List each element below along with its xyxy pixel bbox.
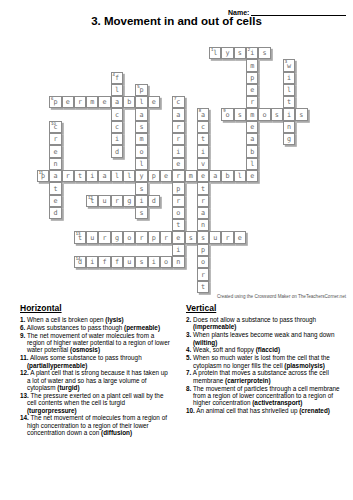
- grid-cell: u: [86, 231, 98, 243]
- cell-letter: s: [139, 210, 143, 217]
- cell-letter: l: [213, 50, 217, 57]
- grid-cell: e: [197, 170, 209, 182]
- grid-cell: g: [123, 195, 135, 207]
- grid-cell: s: [234, 108, 246, 120]
- cell-letter: o: [201, 259, 205, 266]
- clue-item: 8. The movement of particles through a c…: [186, 385, 346, 407]
- grid-cell: p: [246, 72, 258, 84]
- grid-cell: r: [246, 96, 258, 108]
- cell-letter: f: [103, 259, 107, 266]
- grid-cell: i: [283, 72, 295, 84]
- cell-letter: r: [78, 99, 82, 106]
- grid-cell: r: [74, 96, 86, 108]
- grid-cell: s: [185, 231, 197, 243]
- clue-number: 2: [248, 48, 250, 52]
- cell-letter: n: [201, 222, 205, 229]
- grid-cell: c: [197, 121, 209, 133]
- cell-letter: o: [262, 112, 266, 119]
- clue-number: 9: [223, 109, 225, 113]
- cell-letter: c: [201, 124, 205, 131]
- cell-letter: e: [250, 173, 254, 180]
- grid-cell: i: [86, 256, 98, 268]
- cell-letter: t: [53, 186, 57, 193]
- grid-cell: e: [234, 231, 246, 243]
- clue-number: 3: [285, 60, 287, 64]
- cell-letter: i: [250, 50, 254, 57]
- cell-letter: g: [127, 198, 131, 205]
- clue-number: 10: [51, 122, 56, 126]
- clue-item: 1. When a cell is broken open (lysis): [20, 316, 172, 323]
- grid-cell: 6p: [49, 96, 61, 108]
- cell-letter: i: [152, 259, 156, 266]
- cell-letter: w: [287, 63, 291, 70]
- cell-letter: g: [287, 136, 291, 143]
- cell-letter: s: [275, 112, 279, 119]
- worksheet-page: Name: 3. Movement in and out of cells 1l…: [0, 0, 353, 500]
- cell-letter: s: [299, 112, 303, 119]
- cell-letter: d: [115, 149, 119, 156]
- cell-letter: b: [250, 149, 254, 156]
- grid-cell: e: [49, 145, 61, 157]
- grid-cell: l: [135, 96, 147, 108]
- cell-letter: a: [176, 112, 180, 119]
- cell-letter: c: [115, 112, 119, 119]
- vertical-clue-list: 2. Does not allow a substance to pass th…: [186, 316, 346, 414]
- cell-letter: f: [115, 75, 119, 82]
- cell-letter: o: [226, 112, 230, 119]
- grid-cell: s: [135, 182, 147, 194]
- horizontal-header: Horizontal: [20, 303, 172, 313]
- clue-item: 4. Weak, soft and floppy (flaccid): [186, 346, 346, 353]
- cell-letter: r: [176, 136, 180, 143]
- cell-letter: r: [103, 235, 107, 242]
- grid-cell: 11p: [37, 170, 49, 182]
- grid-cell: a: [197, 207, 209, 219]
- cell-letter: r: [115, 198, 119, 205]
- vertical-clues: Vertical 2. Does not allow a substance t…: [186, 303, 346, 437]
- cell-letter: n: [53, 161, 57, 168]
- grid-cell: 10c: [49, 121, 61, 133]
- grid-cell: r: [172, 170, 184, 182]
- grid-cell: r: [135, 231, 147, 243]
- cell-letter: c: [176, 99, 180, 106]
- cell-letter: e: [176, 235, 180, 242]
- grid-cell: t: [197, 133, 209, 145]
- cell-letter: i: [201, 149, 205, 156]
- clue-item: 6. Allows substances to pass though (per…: [20, 324, 172, 331]
- grid-cell: l: [111, 84, 123, 96]
- cell-letter: b: [127, 99, 131, 106]
- cell-letter: y: [139, 173, 143, 180]
- clues-section: Horizontal 1. When a cell is broken open…: [20, 303, 346, 437]
- grid-cell: 4f: [111, 72, 123, 84]
- cell-letter: a: [115, 99, 119, 106]
- grid-cell: a: [49, 170, 61, 182]
- cell-letter: l: [238, 173, 242, 180]
- grid-cell: s: [135, 121, 147, 133]
- grid-cell: p: [197, 244, 209, 256]
- cell-letter: p: [250, 75, 254, 82]
- cell-letter: r: [164, 235, 168, 242]
- grid-cell: e: [246, 121, 258, 133]
- grid-cell: r: [221, 231, 233, 243]
- cell-letter: l: [115, 87, 119, 94]
- grid-cell: d: [49, 207, 61, 219]
- grid-cell: r: [197, 268, 209, 280]
- horizontal-clues: Horizontal 1. When a cell is broken open…: [20, 303, 172, 437]
- grid-cell: s: [258, 47, 270, 59]
- clue-number: 6: [51, 97, 53, 101]
- cell-letter: a: [213, 173, 217, 180]
- grid-cell: n: [49, 158, 61, 170]
- grid-cell: t: [74, 170, 86, 182]
- cell-letter: m: [250, 63, 254, 70]
- cell-letter: e: [238, 235, 242, 242]
- grid-cell: e: [172, 158, 184, 170]
- grid-cell: o: [123, 231, 135, 243]
- cell-letter: e: [201, 173, 205, 180]
- cell-letter: r: [176, 124, 180, 131]
- clue-item: 10. An animal cell that has shrivelled u…: [186, 407, 346, 414]
- cell-letter: m: [139, 136, 143, 143]
- grid-cell: c: [111, 108, 123, 120]
- grid-cell: u: [123, 256, 135, 268]
- cell-letter: a: [201, 112, 205, 119]
- cell-letter: t: [201, 284, 205, 291]
- cell-letter: t: [201, 186, 205, 193]
- cell-letter: n: [287, 124, 291, 131]
- grid-cell: y: [221, 47, 233, 59]
- grid-cell: s: [135, 207, 147, 219]
- cell-letter: m: [189, 173, 193, 180]
- cell-letter: o: [127, 235, 131, 242]
- grid-cell: r: [172, 121, 184, 133]
- grid-cell: b: [246, 145, 258, 157]
- cell-letter: r: [226, 235, 230, 242]
- grid-cell: p: [148, 170, 160, 182]
- grid-cell: m: [86, 96, 98, 108]
- grid-cell: a: [98, 170, 110, 182]
- cell-letter: s: [238, 112, 242, 119]
- grid-cell: r: [160, 231, 172, 243]
- grid-cell: o: [258, 108, 270, 120]
- grid-cell: o: [135, 145, 147, 157]
- grid-cell: t: [197, 281, 209, 293]
- page-title: 3. Movement in and out of cells: [0, 15, 353, 27]
- grid-cell: u: [98, 195, 110, 207]
- clue-number: 14: [76, 257, 81, 261]
- grid-cell: v: [197, 158, 209, 170]
- cell-letter: p: [152, 173, 156, 180]
- grid-cell: p: [172, 182, 184, 194]
- cell-letter: u: [127, 259, 131, 266]
- grid-cell: f: [111, 256, 123, 268]
- grid-cell: a: [135, 108, 147, 120]
- cell-letter: o: [176, 210, 180, 217]
- cell-letter: e: [164, 173, 168, 180]
- cell-letter: d: [152, 198, 156, 205]
- clue-item: 12. A plant cell that is strong because …: [20, 369, 172, 391]
- grid-cell: r: [172, 195, 184, 207]
- grid-cell: e: [246, 84, 258, 96]
- cell-letter: c: [115, 124, 119, 131]
- grid-cell: s: [271, 108, 283, 120]
- grid-cell: m: [246, 108, 258, 120]
- grid-cell: 12t: [86, 195, 98, 207]
- grid-cell: i: [172, 244, 184, 256]
- cell-letter: s: [139, 259, 143, 266]
- grid-cell: e: [49, 195, 61, 207]
- cell-letter: p: [139, 87, 143, 94]
- clue-number: 11: [39, 171, 43, 175]
- cell-letter: e: [53, 198, 57, 205]
- clue-item: 9. The net movement of water molecules f…: [20, 332, 172, 354]
- cell-letter: i: [90, 259, 94, 266]
- grid-cell: a: [246, 133, 258, 145]
- clue-number: 8: [199, 109, 201, 113]
- grid-cell: 1l: [209, 47, 221, 59]
- cell-letter: a: [53, 173, 57, 180]
- grid-cell: 9o: [221, 108, 233, 120]
- grid-cell: 3w: [283, 59, 295, 71]
- grid-cell: r: [49, 133, 61, 145]
- grid-cell: i: [111, 133, 123, 145]
- cell-letter: r: [201, 272, 205, 279]
- cell-letter: r: [176, 198, 180, 205]
- grid-cell: l: [234, 170, 246, 182]
- cell-letter: l: [250, 161, 254, 168]
- cell-letter: l: [287, 87, 291, 94]
- cell-letter: i: [139, 198, 143, 205]
- grid-cell: r: [197, 195, 209, 207]
- grid-cell: r: [172, 133, 184, 145]
- grid-cell: i: [197, 145, 209, 157]
- cell-letter: r: [53, 136, 57, 143]
- cell-letter: e: [66, 99, 70, 106]
- crossword-grid: 1lys2ism3w4fpil5pel6permeable7crtcaa8a9o…: [37, 47, 308, 293]
- cell-letter: r: [176, 173, 180, 180]
- grid-cell: y: [135, 170, 147, 182]
- cell-letter: e: [53, 149, 57, 156]
- grid-cell: a: [111, 96, 123, 108]
- grid-cell: a: [209, 170, 221, 182]
- cell-letter: e: [176, 161, 180, 168]
- cell-letter: s: [139, 124, 143, 131]
- grid-cell: b: [221, 170, 233, 182]
- grid-cell: e: [98, 96, 110, 108]
- cell-letter: n: [176, 259, 180, 266]
- grid-cell: t: [283, 96, 295, 108]
- grid-cell: i: [135, 195, 147, 207]
- cell-letter: a: [250, 136, 254, 143]
- grid-cell: s: [135, 256, 147, 268]
- cell-letter: i: [90, 173, 94, 180]
- cell-letter: u: [103, 198, 107, 205]
- cell-letter: l: [139, 161, 143, 168]
- cell-letter: y: [226, 50, 230, 57]
- grid-cell: 13t: [74, 231, 86, 243]
- cell-letter: p: [176, 186, 180, 193]
- grid-cell: s: [197, 231, 209, 243]
- cell-letter: v: [201, 161, 205, 168]
- grid-cell: l: [246, 158, 258, 170]
- attribution-text: Created using the Crossword Maker on The…: [217, 294, 346, 299]
- cell-letter: r: [139, 235, 143, 242]
- cell-letter: m: [90, 99, 94, 106]
- cell-letter: i: [287, 75, 291, 82]
- horizontal-clue-list: 1. When a cell is broken open (lysis)6. …: [20, 316, 172, 437]
- cell-letter: o: [139, 149, 143, 156]
- cell-letter: r: [201, 198, 205, 205]
- grid-cell: t: [197, 182, 209, 194]
- cell-letter: s: [189, 235, 193, 242]
- cell-letter: l: [115, 173, 119, 180]
- clue-number: 4: [113, 73, 115, 77]
- grid-cell: e: [148, 96, 160, 108]
- grid-cell: l: [135, 158, 147, 170]
- grid-cell: o: [160, 256, 172, 268]
- grid-cell: l: [283, 84, 295, 96]
- grid-cell: n: [283, 121, 295, 133]
- cell-letter: i: [176, 247, 180, 254]
- grid-cell: 14d: [74, 256, 86, 268]
- clue-number: 5: [137, 85, 139, 89]
- grid-cell: t: [172, 219, 184, 231]
- cell-letter: r: [250, 99, 254, 106]
- clue-item: 2. Does not allow a substance to pass th…: [186, 316, 346, 331]
- cell-letter: p: [152, 235, 156, 242]
- cell-letter: g: [115, 235, 119, 242]
- grid-cell: i: [172, 145, 184, 157]
- cell-letter: t: [287, 99, 291, 106]
- grid-cell: e: [246, 170, 258, 182]
- grid-cell: o: [172, 207, 184, 219]
- grid-cell: e: [172, 231, 184, 243]
- grid-cell: u: [209, 231, 221, 243]
- grid-cell: r: [111, 195, 123, 207]
- cell-letter: p: [53, 99, 57, 106]
- cell-letter: s: [201, 235, 205, 242]
- cell-letter: r: [66, 173, 70, 180]
- cell-letter: i: [176, 149, 180, 156]
- clue-item: 5. When so much water is lost from the c…: [186, 354, 346, 369]
- clue-number: 1: [211, 48, 213, 52]
- grid-cell: p: [148, 231, 160, 243]
- grid-cell: n: [172, 256, 184, 268]
- grid-cell: c: [111, 121, 123, 133]
- grid-cell: t: [49, 182, 61, 194]
- cell-letter: p: [201, 247, 205, 254]
- grid-cell: f: [98, 256, 110, 268]
- clue-item: 14. The net movement of molecules from a…: [20, 414, 172, 436]
- grid-cell: d: [148, 195, 160, 207]
- cell-letter: s: [262, 50, 266, 57]
- cell-letter: t: [176, 222, 180, 229]
- grid-cell: 2i: [246, 47, 258, 59]
- cell-letter: u: [90, 235, 94, 242]
- cell-letter: l: [139, 99, 143, 106]
- grid-cell: 8a: [197, 108, 209, 120]
- grid-cell: e: [160, 170, 172, 182]
- clue-item: 7. A protein that moves a substance acro…: [186, 369, 346, 384]
- cell-letter: e: [250, 124, 254, 131]
- cell-letter: t: [78, 173, 82, 180]
- cell-letter: a: [103, 173, 107, 180]
- clue-number: 12: [88, 196, 93, 200]
- grid-cell: i: [283, 108, 295, 120]
- grid-cell: n: [197, 219, 209, 231]
- cell-letter: e: [103, 99, 107, 106]
- grid-cell: s: [234, 47, 246, 59]
- grid-cell: m: [185, 170, 197, 182]
- cell-letter: m: [250, 112, 254, 119]
- grid-cell: l: [123, 170, 135, 182]
- grid-cell: 5p: [135, 84, 147, 96]
- cell-letter: d: [53, 210, 57, 217]
- cell-letter: s: [238, 50, 242, 57]
- cell-letter: o: [164, 259, 168, 266]
- clue-item: 13. The pressure exerted on a plant cell…: [20, 392, 172, 414]
- cell-letter: l: [127, 173, 131, 180]
- clue-item: 11. Allows some substance to pass throug…: [20, 354, 172, 369]
- cell-letter: f: [115, 259, 119, 266]
- grid-cell: g: [111, 231, 123, 243]
- cell-letter: b: [226, 173, 230, 180]
- cell-letter: a: [201, 210, 205, 217]
- grid-cell: o: [197, 256, 209, 268]
- cell-letter: i: [287, 112, 291, 119]
- cell-letter: u: [213, 235, 217, 242]
- clue-number: 7: [174, 97, 176, 101]
- grid-cell: e: [62, 96, 74, 108]
- cell-letter: t: [201, 136, 205, 143]
- grid-cell: m: [135, 133, 147, 145]
- grid-cell: r: [62, 170, 74, 182]
- grid-cell: 7c: [172, 96, 184, 108]
- grid-cell: a: [172, 108, 184, 120]
- grid-cell: b: [123, 96, 135, 108]
- clue-item: 3. When plants leaves become weak and ha…: [186, 331, 346, 346]
- cell-letter: s: [139, 186, 143, 193]
- cell-letter: a: [139, 112, 143, 119]
- grid-cell: r: [98, 231, 110, 243]
- grid-cell: m: [246, 59, 258, 71]
- grid-cell: g: [283, 133, 295, 145]
- grid-cell: d: [111, 145, 123, 157]
- vertical-header: Vertical: [186, 303, 346, 313]
- clue-number: 13: [76, 232, 81, 236]
- grid-cell: i: [148, 256, 160, 268]
- cell-letter: e: [152, 99, 156, 106]
- cell-letter: i: [115, 136, 119, 143]
- cell-letter: e: [250, 87, 254, 94]
- grid-cell: s: [295, 108, 307, 120]
- grid-cell: l: [111, 170, 123, 182]
- grid-cell: i: [86, 170, 98, 182]
